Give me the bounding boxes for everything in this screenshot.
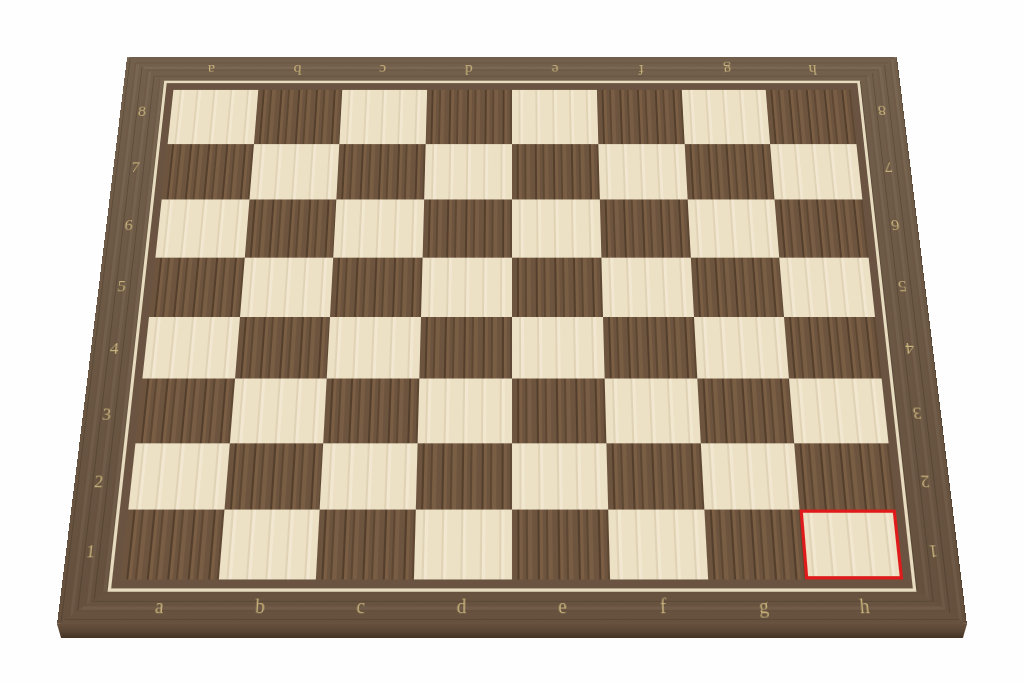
square-f3[interactable]: [604, 379, 700, 443]
square-b5[interactable]: [240, 257, 334, 317]
square-f4[interactable]: [603, 317, 697, 379]
square-h4[interactable]: [784, 317, 881, 379]
square-e6[interactable]: [512, 200, 601, 258]
photo-background: abcdefgh abcdefgh 87654321 87654321: [0, 0, 1024, 683]
chess-board: abcdefgh abcdefgh 87654321 87654321: [57, 57, 967, 625]
square-e7[interactable]: [512, 144, 600, 200]
file-label-c: c: [310, 588, 412, 625]
rank-label-7: 7: [110, 139, 161, 196]
square-d1[interactable]: [414, 510, 512, 579]
square-g6[interactable]: [687, 200, 779, 258]
square-c2[interactable]: [320, 443, 418, 510]
square-g7[interactable]: [684, 144, 775, 200]
square-c8[interactable]: [340, 90, 428, 144]
rank-label-6: 6: [103, 196, 155, 255]
rank-label-1: 1: [905, 516, 962, 588]
file-label-d: d: [411, 588, 512, 625]
square-d6[interactable]: [423, 200, 512, 258]
file-label-d: d: [426, 57, 512, 84]
rank-label-2: 2: [70, 447, 126, 516]
square-d2[interactable]: [416, 443, 512, 510]
squares-grid: [121, 90, 904, 579]
square-b8[interactable]: [254, 90, 343, 144]
file-label-f: f: [612, 588, 714, 625]
rank-label-5: 5: [876, 255, 929, 317]
square-f8[interactable]: [597, 90, 685, 144]
square-a6[interactable]: [155, 200, 249, 258]
square-d3[interactable]: [418, 379, 512, 443]
file-label-g: g: [712, 588, 815, 625]
square-h2[interactable]: [795, 443, 896, 510]
file-label-h: h: [769, 57, 858, 84]
file-labels-top: abcdefgh: [167, 57, 858, 84]
rank-label-2: 2: [897, 447, 953, 516]
square-a5[interactable]: [149, 257, 245, 317]
square-f2[interactable]: [606, 443, 704, 510]
square-f1[interactable]: [608, 510, 708, 579]
square-g4[interactable]: [694, 317, 790, 379]
file-label-f: f: [598, 57, 685, 84]
file-label-a: a: [167, 57, 256, 84]
square-e5[interactable]: [512, 257, 603, 317]
square-c6[interactable]: [334, 200, 425, 258]
square-b1[interactable]: [218, 510, 320, 579]
rank-label-5: 5: [95, 255, 148, 317]
board-side-edge: [57, 624, 967, 638]
file-label-e: e: [512, 57, 598, 84]
square-f6[interactable]: [600, 200, 691, 258]
square-d8[interactable]: [426, 90, 512, 144]
file-label-b: b: [208, 588, 311, 625]
playing-field: [111, 83, 913, 588]
square-h3[interactable]: [789, 379, 888, 443]
square-d7[interactable]: [424, 144, 512, 200]
square-d5[interactable]: [421, 257, 512, 317]
square-h6[interactable]: [775, 200, 869, 258]
file-labels-bottom: abcdefgh: [107, 588, 917, 625]
square-f5[interactable]: [601, 257, 693, 317]
file-label-e: e: [512, 588, 613, 625]
file-label-a: a: [107, 588, 211, 625]
square-g2[interactable]: [700, 443, 800, 510]
square-g1[interactable]: [704, 510, 806, 579]
square-b4[interactable]: [235, 317, 331, 379]
square-e8[interactable]: [512, 90, 598, 144]
square-d4[interactable]: [420, 317, 512, 379]
file-label-c: c: [339, 57, 426, 84]
square-g5[interactable]: [690, 257, 784, 317]
square-c4[interactable]: [327, 317, 421, 379]
square-a4[interactable]: [142, 317, 239, 379]
rank-label-3: 3: [890, 381, 945, 447]
rank-label-4: 4: [87, 317, 141, 381]
rank-label-3: 3: [79, 381, 134, 447]
square-c3[interactable]: [324, 379, 420, 443]
square-h5[interactable]: [780, 257, 876, 317]
rank-label-8: 8: [117, 83, 167, 138]
rank-label-4: 4: [883, 317, 937, 381]
square-e2[interactable]: [512, 443, 608, 510]
square-g8[interactable]: [681, 90, 770, 144]
square-g3[interactable]: [697, 379, 795, 443]
square-b3[interactable]: [229, 379, 327, 443]
square-b7[interactable]: [249, 144, 340, 200]
square-e3[interactable]: [512, 379, 606, 443]
square-c7[interactable]: [337, 144, 426, 200]
file-label-h: h: [813, 588, 917, 625]
square-h1[interactable]: [800, 510, 903, 579]
rank-label-8: 8: [857, 83, 907, 138]
square-h7[interactable]: [770, 144, 862, 200]
rank-label-1: 1: [62, 516, 119, 588]
square-e4[interactable]: [512, 317, 604, 379]
square-a7[interactable]: [161, 144, 253, 200]
square-a8[interactable]: [167, 90, 257, 144]
rank-label-7: 7: [864, 139, 915, 196]
file-label-g: g: [683, 57, 771, 84]
square-b2[interactable]: [224, 443, 324, 510]
square-a3[interactable]: [135, 379, 234, 443]
square-a2[interactable]: [128, 443, 229, 510]
square-h8[interactable]: [766, 90, 856, 144]
square-e1[interactable]: [512, 510, 610, 579]
square-c5[interactable]: [330, 257, 422, 317]
square-c1[interactable]: [316, 510, 416, 579]
square-a1[interactable]: [121, 510, 224, 579]
square-f7[interactable]: [598, 144, 687, 200]
rank-label-6: 6: [870, 196, 922, 255]
file-label-b: b: [253, 57, 341, 84]
square-b6[interactable]: [244, 200, 336, 258]
